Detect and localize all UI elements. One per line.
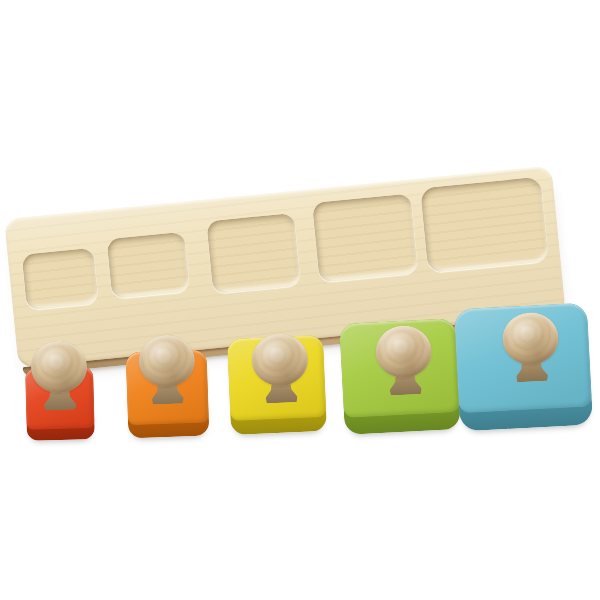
piece-blue-knob[interactable] bbox=[501, 311, 561, 388]
piece-yellow-knob[interactable] bbox=[251, 333, 310, 409]
piece-orange-knob[interactable] bbox=[137, 334, 196, 410]
piece-red[interactable] bbox=[25, 366, 95, 441]
knob-cap bbox=[137, 334, 195, 388]
piece-blue[interactable] bbox=[454, 303, 593, 432]
product-photo-scene bbox=[0, 0, 600, 600]
knob-cap bbox=[374, 324, 433, 379]
knob-cap bbox=[501, 311, 560, 366]
piece-orange[interactable] bbox=[126, 350, 210, 439]
recess-slot-2[interactable] bbox=[106, 232, 189, 299]
knob-cap bbox=[30, 340, 87, 393]
recess-slot-4[interactable] bbox=[312, 193, 418, 282]
piece-red-knob[interactable] bbox=[30, 340, 88, 415]
knob-cap bbox=[251, 333, 309, 387]
recess-slot-5[interactable] bbox=[420, 177, 549, 273]
piece-green[interactable] bbox=[339, 318, 461, 435]
recess-slot-1[interactable] bbox=[22, 248, 99, 311]
piece-yellow[interactable] bbox=[227, 335, 327, 435]
piece-green-knob[interactable] bbox=[374, 324, 434, 401]
recess-slot-3[interactable] bbox=[206, 213, 301, 294]
